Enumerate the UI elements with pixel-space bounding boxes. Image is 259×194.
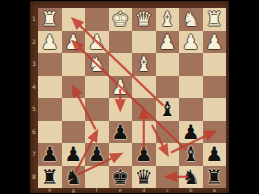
square-b4[interactable] [179, 76, 203, 99]
white-knight-icon: ♞ [179, 8, 203, 31]
square-b5[interactable] [179, 98, 203, 121]
square-h7[interactable]: ♟ [38, 143, 62, 166]
square-g5[interactable] [62, 98, 86, 121]
black-pawn-icon: ♟ [179, 121, 203, 144]
rank-label-6: 6 [30, 129, 38, 135]
square-f5[interactable] [85, 98, 109, 121]
square-d6[interactable] [132, 121, 156, 144]
rank-label-1: 1 [30, 16, 38, 22]
white-pawn-icon: ♟ [179, 31, 203, 54]
square-g4[interactable] [62, 76, 86, 99]
rank-label-5: 5 [30, 106, 38, 112]
white-pawn-icon: ♟ [62, 31, 86, 54]
white-king-icon: ♚ [109, 8, 133, 31]
square-c2[interactable]: ♟ [156, 31, 180, 54]
square-a3[interactable] [203, 53, 227, 76]
rank-label-8: 8 [30, 174, 38, 180]
rank-label-4: 4 [30, 84, 38, 90]
white-pawn-icon: ♟ [156, 31, 180, 54]
square-b2[interactable]: ♟ [179, 31, 203, 54]
square-a8[interactable]: ♜ [203, 166, 227, 189]
letterbox-right [229, 0, 259, 194]
black-pawn-icon: ♟ [203, 143, 227, 166]
square-h4[interactable] [38, 76, 62, 99]
square-f6[interactable] [85, 121, 109, 144]
square-e5[interactable] [109, 98, 133, 121]
file-label-f: f [85, 188, 109, 193]
square-c1[interactable]: ♝ [156, 8, 180, 31]
file-label-b: b [179, 188, 203, 193]
square-g7[interactable]: ♟ [62, 143, 86, 166]
rank-label-2: 2 [30, 39, 38, 45]
square-h1[interactable]: ♜ [38, 8, 62, 31]
black-pawn-icon: ♟ [109, 121, 133, 144]
file-label-g: g [62, 188, 86, 193]
rank-label-3: 3 [30, 61, 38, 67]
chess-board: ♜♚♛♝♞♜♟♟♟♟♟♟♞♝♟♝♟♟♟♟♟♟♝♟♜♞♚♛♞♜ [38, 8, 226, 188]
chess-thumbnail: ♜♚♛♝♞♜♟♟♟♟♟♟♞♝♟♝♟♟♟♟♟♟♝♟♜♞♚♛♞♜ 12345678h… [0, 0, 259, 194]
square-f4[interactable] [85, 76, 109, 99]
chess-board-frame: ♜♚♛♝♞♜♟♟♟♟♟♟♞♝♟♝♟♟♟♟♟♟♝♟♜♞♚♛♞♜ 12345678h… [30, 1, 229, 193]
square-d2[interactable] [132, 31, 156, 54]
white-rook-icon: ♜ [203, 8, 227, 31]
black-knight-icon: ♞ [179, 166, 203, 189]
square-e4[interactable]: ♟ [109, 76, 133, 99]
square-h2[interactable]: ♟ [38, 31, 62, 54]
square-d5[interactable] [132, 98, 156, 121]
square-a1[interactable]: ♜ [203, 8, 227, 31]
square-e7[interactable] [109, 143, 133, 166]
white-pawn-icon: ♟ [85, 31, 109, 54]
square-f7[interactable]: ♟ [85, 143, 109, 166]
black-pawn-icon: ♟ [38, 143, 62, 166]
square-b8[interactable]: ♞ [179, 166, 203, 189]
white-queen-icon: ♛ [132, 8, 156, 31]
square-e2[interactable] [109, 31, 133, 54]
square-b3[interactable] [179, 53, 203, 76]
black-pawn-icon: ♟ [62, 143, 86, 166]
black-knight-icon: ♞ [62, 166, 86, 189]
square-a7[interactable]: ♟ [203, 143, 227, 166]
square-a5[interactable] [203, 98, 227, 121]
white-bishop-icon: ♝ [156, 8, 180, 31]
square-a2[interactable]: ♟ [203, 31, 227, 54]
white-bishop-icon: ♝ [132, 53, 156, 76]
square-h3[interactable] [38, 53, 62, 76]
rank-label-7: 7 [30, 151, 38, 157]
file-label-e: e [109, 188, 133, 193]
black-rook-icon: ♜ [203, 166, 227, 189]
square-d1[interactable]: ♛ [132, 8, 156, 31]
square-g8[interactable]: ♞ [62, 166, 86, 189]
square-c7[interactable] [156, 143, 180, 166]
black-pawn-icon: ♟ [85, 143, 109, 166]
white-pawn-icon: ♟ [109, 76, 133, 99]
square-c6[interactable] [156, 121, 180, 144]
square-b1[interactable]: ♞ [179, 8, 203, 31]
square-f3[interactable]: ♞ [85, 53, 109, 76]
square-g3[interactable] [62, 53, 86, 76]
square-c3[interactable] [156, 53, 180, 76]
white-knight-icon: ♞ [85, 53, 109, 76]
square-a4[interactable] [203, 76, 227, 99]
file-label-h: h [38, 188, 62, 193]
white-pawn-icon: ♟ [38, 31, 62, 54]
square-d4[interactable] [132, 76, 156, 99]
letterbox-left [0, 0, 30, 194]
square-g2[interactable]: ♟ [62, 31, 86, 54]
square-g6[interactable] [62, 121, 86, 144]
black-queen-icon: ♛ [132, 166, 156, 189]
square-b7[interactable]: ♝ [179, 143, 203, 166]
square-h5[interactable] [38, 98, 62, 121]
square-e1[interactable]: ♚ [109, 8, 133, 31]
black-pawn-icon: ♟ [132, 143, 156, 166]
square-a6[interactable] [203, 121, 227, 144]
black-rook-icon: ♜ [38, 166, 62, 189]
file-label-c: c [156, 188, 180, 193]
black-bishop-icon: ♝ [179, 143, 203, 166]
square-d3[interactable]: ♝ [132, 53, 156, 76]
square-f8[interactable] [85, 166, 109, 189]
square-f2[interactable]: ♟ [85, 31, 109, 54]
black-bishop-icon: ♝ [156, 98, 180, 121]
square-c4[interactable] [156, 76, 180, 99]
white-rook-icon: ♜ [38, 8, 62, 31]
square-e8[interactable]: ♚ [109, 166, 133, 189]
square-b6[interactable]: ♟ [179, 121, 203, 144]
file-label-a: a [203, 188, 227, 193]
square-d8[interactable]: ♛ [132, 166, 156, 189]
square-e6[interactable]: ♟ [109, 121, 133, 144]
square-h6[interactable] [38, 121, 62, 144]
square-e3[interactable] [109, 53, 133, 76]
square-c8[interactable] [156, 166, 180, 189]
file-label-d: d [132, 188, 156, 193]
white-pawn-icon: ♟ [203, 31, 227, 54]
square-g1[interactable] [62, 8, 86, 31]
square-d7[interactable]: ♟ [132, 143, 156, 166]
square-f1[interactable] [85, 8, 109, 31]
black-king-icon: ♚ [109, 166, 133, 189]
square-c5[interactable]: ♝ [156, 98, 180, 121]
square-h8[interactable]: ♜ [38, 166, 62, 189]
